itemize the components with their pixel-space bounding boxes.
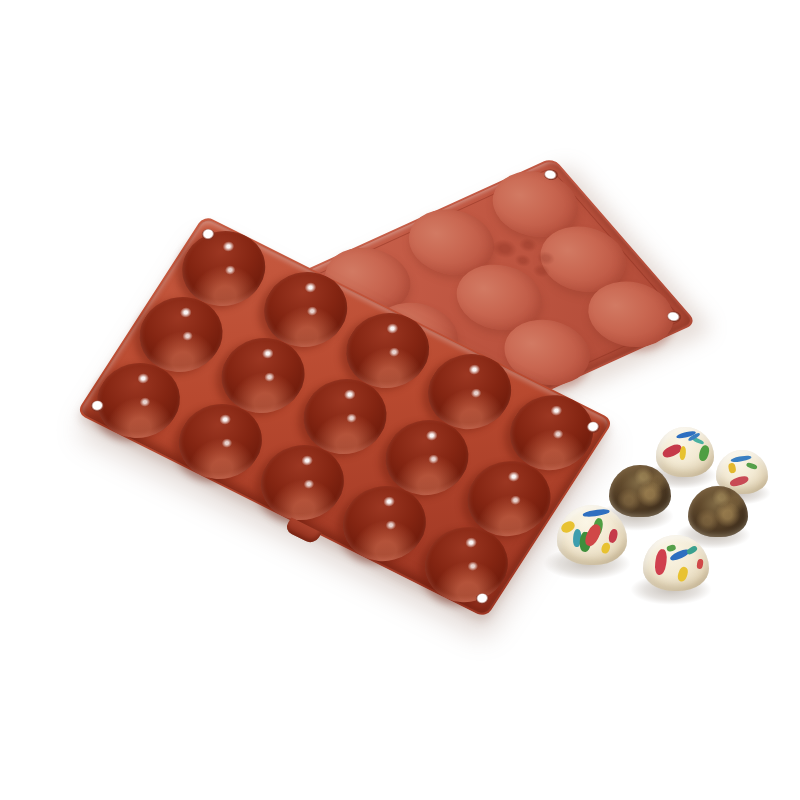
paint-stroke	[653, 548, 668, 575]
paint-stroke	[676, 566, 689, 583]
paint-stroke	[697, 444, 710, 462]
chocolate-half-sphere-white-1	[656, 427, 714, 476]
paint-stroke	[729, 474, 749, 487]
paint-stroke	[746, 462, 758, 470]
paint-stroke	[696, 559, 704, 570]
paint-stroke	[679, 446, 687, 460]
hanging-tab	[284, 518, 322, 546]
paint-stroke	[608, 528, 619, 544]
product-photo	[0, 0, 800, 800]
paint-stroke	[583, 508, 610, 518]
paint-stroke	[686, 545, 698, 556]
paint-stroke	[667, 545, 677, 553]
paint-stroke	[727, 463, 736, 474]
paint-stroke	[600, 542, 612, 555]
